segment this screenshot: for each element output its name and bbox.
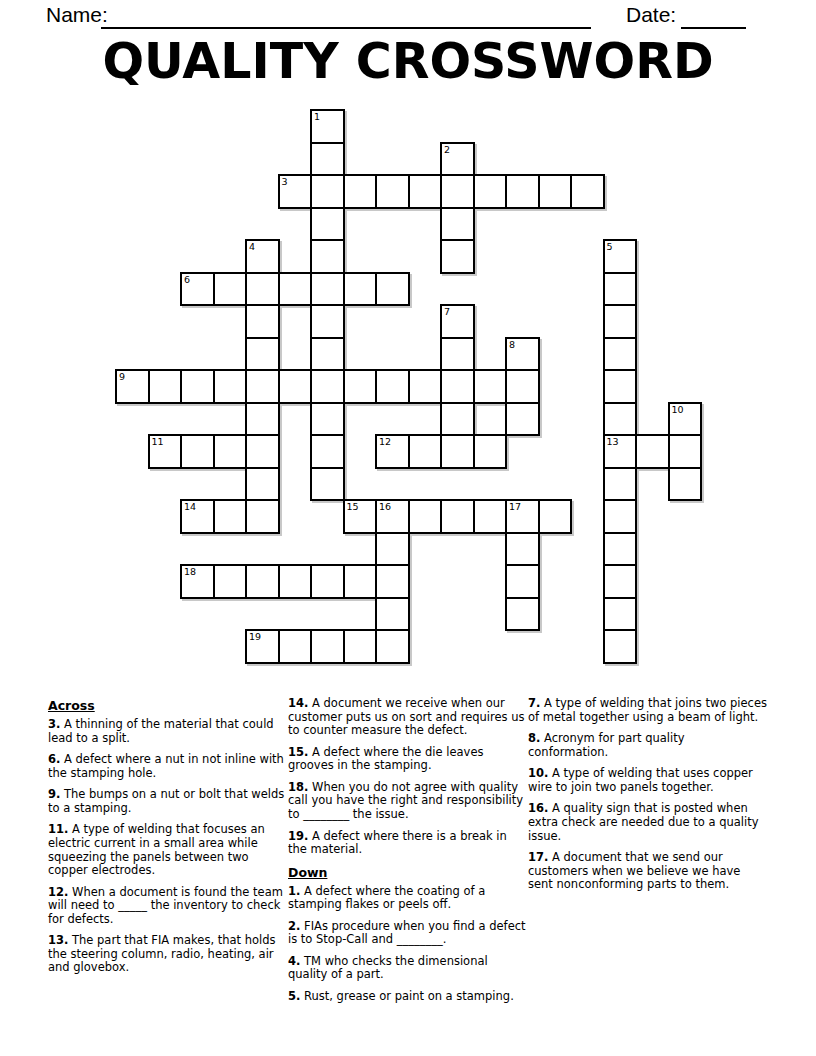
cell-number: 11 [152, 437, 164, 447]
clue-4: 4. TM who checks the dimensional quality… [288, 955, 529, 982]
clue-2: 2. FIAs procedure when you find a defect… [288, 920, 529, 947]
grid-cell[interactable] [603, 304, 638, 339]
cell-number: 18 [184, 567, 196, 577]
name-blank-line [101, 27, 591, 29]
grid-cell[interactable] [408, 174, 443, 209]
clue-text: A defect where the coating of a stamping… [288, 884, 485, 912]
clue-text: The bumps on a nut or bolt that welds to… [48, 787, 284, 815]
clue-14: 14. A document we receive when our custo… [288, 697, 529, 738]
grid-cell[interactable] [343, 369, 378, 404]
clue-text: A thinning of the material that could le… [48, 717, 274, 745]
grid-cell[interactable] [440, 434, 475, 469]
cell-number: 17 [509, 502, 521, 512]
grid-cell[interactable] [180, 369, 215, 404]
grid-cell[interactable] [213, 369, 248, 404]
grid-cell[interactable] [668, 467, 703, 502]
clue-text: Rust, grease or paint on a stamping. [300, 989, 513, 1003]
grid-cell[interactable] [343, 174, 378, 209]
clue-text: A type of welding that focuses an electr… [48, 822, 265, 877]
grid-cell[interactable] [408, 499, 443, 534]
cell-number: 14 [184, 502, 196, 512]
grid-cell[interactable] [473, 174, 508, 209]
clue-text: A defect where a nut in not inline with … [48, 752, 284, 780]
clue-10: 10. A type of welding that uses copper w… [528, 767, 768, 794]
grid-cell[interactable] [603, 369, 638, 404]
clue-text: A quality sign that is posted when extra… [528, 801, 759, 842]
grid-cell[interactable] [245, 369, 280, 404]
grid-cell[interactable] [473, 434, 508, 469]
grid-cell[interactable] [505, 402, 540, 437]
date-blank-line [681, 27, 746, 29]
grid-cell[interactable] [148, 369, 183, 404]
cell-number: 10 [672, 405, 684, 415]
grid-cell[interactable] [538, 499, 573, 534]
clue-text: Acronym for part quality conformation. [528, 731, 685, 759]
grid-cell[interactable] [213, 564, 248, 599]
clue-number-label: 3. [48, 717, 60, 731]
grid-cell[interactable] [603, 532, 638, 567]
grid-cell[interactable] [343, 272, 378, 307]
cell-number: 19 [249, 632, 261, 642]
grid-cell[interactable] [310, 467, 345, 502]
grid-cell[interactable] [213, 499, 248, 534]
grid-cell[interactable] [375, 369, 410, 404]
grid-cell[interactable] [635, 434, 670, 469]
clue-15: 15. A defect where the die leaves groove… [288, 746, 529, 773]
clue-text: TM who checks the dimensional quality of… [288, 954, 488, 982]
cell-number: 8 [509, 340, 515, 350]
crossword-grid: 12345678910111213141516171819 [115, 109, 704, 666]
clue-1: 1. A defect where the coating of a stamp… [288, 885, 529, 912]
puzzle-title: QUALITY CROSSWORD [0, 33, 816, 90]
cell-number: 16 [379, 502, 391, 512]
grid-cell[interactable] [245, 499, 280, 534]
cell-number: 6 [184, 275, 190, 285]
grid-cell[interactable] [278, 272, 313, 307]
clue-16: 16. A quality sign that is posted when e… [528, 802, 768, 843]
grid-cell[interactable] [375, 629, 410, 664]
grid-cell[interactable] [343, 629, 378, 664]
clue-text: A defect where the die leaves grooves in… [288, 745, 483, 773]
grid-cell[interactable] [440, 337, 475, 372]
clue-9: 9. The bumps on a nut or bolt that welds… [48, 788, 285, 815]
clue-number-label: 16. [528, 801, 548, 815]
grid-cell[interactable] [180, 434, 215, 469]
grid-cell[interactable] [538, 174, 573, 209]
clue-number-label: 19. [288, 829, 308, 843]
clue-number-label: 2. [288, 919, 300, 933]
grid-cell[interactable] [310, 174, 345, 209]
grid-cell[interactable] [375, 564, 410, 599]
grid-cell[interactable] [440, 402, 475, 437]
clue-number-label: 18. [288, 780, 308, 794]
grid-cell[interactable] [310, 239, 345, 274]
grid-cell[interactable] [668, 434, 703, 469]
page: { "game": "crossword", "title": "QUALITY… [0, 0, 816, 1056]
grid-cell[interactable] [278, 564, 313, 599]
grid-cell[interactable] [603, 499, 638, 534]
grid-cell[interactable] [245, 434, 280, 469]
clue-number-label: 1. [288, 884, 300, 898]
clue-text: A type of welding that joins two pieces … [528, 696, 767, 724]
grid-cell[interactable] [278, 629, 313, 664]
grid-cell[interactable] [505, 369, 540, 404]
clue-number-label: 11. [48, 822, 68, 836]
clue-text: A document we receive when our customer … [288, 696, 525, 737]
clue-text: When you do not agree with quality call … [288, 780, 523, 821]
date-label: Date: [626, 3, 676, 27]
grid-cell[interactable] [603, 272, 638, 307]
clue-number-label: 8. [528, 731, 540, 745]
clue-13: 13. The part that FIA makes, that holds … [48, 934, 285, 975]
grid-cell[interactable] [440, 207, 475, 242]
clue-17: 17. A document that we send our customer… [528, 851, 768, 892]
grid-cell[interactable] [505, 564, 540, 599]
cell-number: 4 [249, 242, 255, 252]
grid-cell[interactable] [278, 369, 313, 404]
grid-cell[interactable] [603, 402, 638, 437]
grid-cell[interactable] [310, 369, 345, 404]
clue-number-label: 4. [288, 954, 300, 968]
cell-number: 9 [119, 372, 125, 382]
grid-cell[interactable] [440, 369, 475, 404]
grid-cell[interactable] [440, 499, 475, 534]
grid-cell[interactable] [603, 467, 638, 502]
grid-cell[interactable] [310, 272, 345, 307]
clue-number-label: 17. [528, 850, 548, 864]
grid-cell[interactable] [310, 564, 345, 599]
grid-cell[interactable] [245, 337, 280, 372]
clue-number-label: 5. [288, 989, 300, 1003]
clue-number-label: 9. [48, 787, 60, 801]
clue-col-1: Across3. A thinning of the material that… [48, 697, 285, 983]
clue-19: 19. A defect where there is a break in t… [288, 830, 529, 857]
clue-text: When a document is found the team will n… [48, 885, 283, 926]
grid-cell[interactable] [245, 564, 280, 599]
grid-cell[interactable] [440, 174, 475, 209]
grid-cell[interactable] [375, 174, 410, 209]
clue-5: 5. Rust, grease or paint on a stamping. [288, 990, 529, 1004]
grid-cell[interactable] [375, 272, 410, 307]
grid-cell[interactable] [603, 597, 638, 632]
clue-col-3: 7. A type of welding that joins two piec… [528, 697, 768, 900]
grid-cell[interactable] [343, 564, 378, 599]
clue-number-label: 7. [528, 696, 540, 710]
grid-cell[interactable] [570, 174, 605, 209]
grid-cell[interactable] [245, 304, 280, 339]
grid-cell[interactable] [408, 434, 443, 469]
grid-cell[interactable] [213, 272, 248, 307]
clue-12: 12. When a document is found the team wi… [48, 886, 285, 927]
grid-cell[interactable] [310, 142, 345, 177]
clue-text: A document that we send our customers wh… [528, 850, 740, 891]
clue-number-label: 13. [48, 933, 68, 947]
clue-number-label: 10. [528, 766, 548, 780]
clue-number-label: 14. [288, 696, 308, 710]
grid-cell[interactable] [245, 272, 280, 307]
clue-section-header: Across [48, 698, 285, 713]
clue-8: 8. Acronym for part quality conformation… [528, 732, 768, 759]
grid-cell[interactable] [505, 532, 540, 567]
name-label: Name: [46, 3, 108, 27]
cell-number: 2 [444, 145, 450, 155]
clue-18: 18. When you do not agree with quality c… [288, 781, 529, 822]
cell-number: 3 [282, 177, 288, 187]
clue-11: 11. A type of welding that focuses an el… [48, 823, 285, 877]
grid-cell[interactable] [245, 467, 280, 502]
grid-cell[interactable] [473, 369, 508, 404]
grid-cell[interactable] [310, 402, 345, 437]
grid-cell[interactable] [603, 629, 638, 664]
grid-cell[interactable] [310, 207, 345, 242]
cell-number: 5 [607, 242, 613, 252]
clue-section-header: Down [288, 865, 529, 880]
grid-cell[interactable] [408, 369, 443, 404]
clue-col-2: 14. A document we receive when our custo… [288, 697, 529, 1012]
grid-cell[interactable] [603, 337, 638, 372]
clue-text: FIAs procedure when you find a defect is… [288, 919, 526, 947]
clue-text: A type of welding that uses copper wire … [528, 766, 753, 794]
clue-7: 7. A type of welding that joins two piec… [528, 697, 768, 724]
grid-cell[interactable] [375, 597, 410, 632]
clue-text: A defect where there is a break in the m… [288, 829, 507, 857]
cell-number: 15 [347, 502, 359, 512]
grid-cell[interactable] [310, 304, 345, 339]
cell-number: 7 [444, 307, 450, 317]
grid-cell[interactable] [213, 434, 248, 469]
grid-cell[interactable] [440, 239, 475, 274]
cell-number: 1 [314, 112, 320, 122]
clue-number-label: 6. [48, 752, 60, 766]
grid-cell[interactable] [473, 499, 508, 534]
clue-number-label: 15. [288, 745, 308, 759]
grid-cell[interactable] [245, 402, 280, 437]
clue-number-label: 12. [48, 885, 68, 899]
grid-cell[interactable] [603, 564, 638, 599]
grid-cell[interactable] [505, 174, 540, 209]
clue-3: 3. A thinning of the material that could… [48, 718, 285, 745]
cell-number: 12 [379, 437, 391, 447]
clue-text: The part that FIA makes, that holds the … [48, 933, 276, 974]
clue-6: 6. A defect where a nut in not inline wi… [48, 753, 285, 780]
grid-cell[interactable] [310, 434, 345, 469]
grid-cell[interactable] [310, 337, 345, 372]
grid-cell[interactable] [310, 629, 345, 664]
grid-cell[interactable] [375, 532, 410, 567]
cell-number: 13 [607, 437, 619, 447]
grid-cell[interactable] [505, 597, 540, 632]
